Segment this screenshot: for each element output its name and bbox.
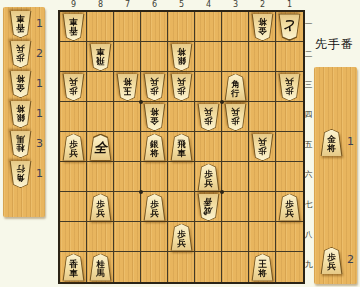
sente-hand-entry: 歩兵2	[318, 246, 356, 274]
file-label: 5	[168, 0, 195, 9]
piece-outline: 歩兵	[320, 247, 343, 274]
board-cell[interactable]	[222, 222, 249, 252]
piece-outline: 歩兵	[251, 134, 274, 161]
shogi-app: 987654321 一二三四五六七八九 先手番 香車1歩兵2金将1銀将1桂馬3角…	[0, 0, 360, 287]
hand-count: 1	[36, 107, 43, 120]
piece-kanji: 金将	[252, 13, 273, 40]
board-cell[interactable]	[168, 192, 195, 222]
piece-outline: 銀将	[9, 101, 32, 128]
piece-outline: 歩兵	[170, 224, 193, 251]
piece-kanji: 歩兵	[10, 41, 31, 68]
piece-outline: 歩兵	[197, 164, 220, 191]
shogi-piece-regular[interactable]: 歩兵	[197, 164, 220, 191]
piece-kanji: 香車	[10, 11, 31, 38]
gote-hand-entry: 角行1	[7, 160, 45, 188]
board-cell[interactable]	[195, 72, 222, 102]
piece-kanji: 歩兵	[63, 134, 84, 161]
piece-kanji: と	[279, 14, 300, 39]
gote-hand-entry: 金将1	[7, 70, 45, 98]
piece-outline: 歩兵	[143, 74, 166, 101]
board-cell[interactable]	[114, 162, 141, 192]
shogi-piece-promoted[interactable]: 成香	[197, 194, 220, 221]
board-cell[interactable]	[222, 132, 249, 162]
piece-kanji: 全	[90, 135, 111, 160]
shogi-piece-regular[interactable]: 銀将	[170, 44, 193, 71]
gote-hand-entry: 銀将1	[7, 100, 45, 128]
piece-kanji: 金将	[144, 103, 165, 130]
file-label: 9	[60, 0, 87, 9]
board-cell[interactable]	[222, 42, 249, 72]
board-grid: 香車金将と飛車銀将歩兵玉将歩兵歩兵角行歩兵金将歩兵歩兵歩兵全銀将飛車歩兵歩兵歩兵…	[58, 10, 305, 284]
board-cell[interactable]	[114, 222, 141, 252]
file-label: 4	[195, 0, 222, 9]
shogi-piece-regular[interactable]: 歩兵	[278, 194, 301, 221]
piece-kanji: 桂馬	[10, 131, 31, 158]
board-cell[interactable]	[276, 252, 303, 282]
piece-outline: 香車	[9, 11, 32, 38]
piece-outline: 角行	[224, 74, 247, 101]
piece-kanji: 歩兵	[198, 164, 219, 191]
board-cell[interactable]	[249, 192, 276, 222]
board-cell[interactable]	[114, 252, 141, 282]
piece-outline: 銀将	[143, 134, 166, 161]
hand-count: 1	[36, 167, 43, 180]
piece-outline: 飛車	[170, 134, 193, 161]
piece-kanji: 玉将	[117, 73, 138, 100]
board-cell[interactable]	[141, 252, 168, 282]
gote-hand-entry: 歩兵2	[7, 40, 45, 68]
shogi-piece-regular[interactable]: 桂馬	[9, 131, 32, 158]
piece-kanji: 金将	[10, 71, 31, 98]
shogi-piece-regular[interactable]: 金将	[320, 129, 343, 156]
board-cell[interactable]	[276, 162, 303, 192]
board-cell[interactable]	[114, 132, 141, 162]
shogi-piece-promoted[interactable]: 全	[89, 134, 112, 161]
file-label: 8	[87, 0, 114, 9]
board-cell[interactable]	[168, 12, 195, 42]
piece-kanji: 歩兵	[279, 73, 300, 100]
board-cell[interactable]	[60, 192, 87, 222]
shogi-piece-regular[interactable]: 香車	[9, 11, 32, 38]
board-cell[interactable]	[276, 222, 303, 252]
piece-outline: 銀将	[170, 44, 193, 71]
shogi-piece-regular[interactable]: 香車	[62, 254, 85, 281]
piece-kanji: 王将	[252, 254, 273, 281]
file-label: 7	[114, 0, 141, 9]
shogi-piece-regular[interactable]: 角行	[224, 74, 247, 101]
turn-indicator: 先手番	[315, 36, 354, 53]
piece-outline: と	[278, 14, 301, 41]
piece-kanji: 歩兵	[171, 224, 192, 251]
piece-kanji: 飛車	[171, 134, 192, 161]
shogi-piece-regular[interactable]: 金将	[9, 71, 32, 98]
piece-kanji: 歩兵	[144, 194, 165, 221]
board-cell[interactable]	[249, 42, 276, 72]
piece-kanji: 歩兵	[252, 133, 273, 160]
piece-outline: 角行	[9, 161, 32, 188]
piece-kanji: 歩兵	[225, 103, 246, 130]
shogi-piece-regular[interactable]: 歩兵	[9, 41, 32, 68]
file-label: 3	[222, 0, 249, 9]
piece-kanji: 桂馬	[90, 254, 111, 281]
board-cell[interactable]	[249, 162, 276, 192]
star-point	[220, 190, 224, 194]
shogi-piece-regular[interactable]: 金将	[143, 104, 166, 131]
piece-kanji: 銀将	[144, 134, 165, 161]
file-label: 2	[249, 0, 276, 9]
piece-outline: 金将	[9, 71, 32, 98]
piece-kanji: 香車	[63, 13, 84, 40]
piece-kanji: 歩兵	[321, 248, 342, 275]
board-cell[interactable]	[222, 252, 249, 282]
board-cell[interactable]	[168, 162, 195, 192]
piece-kanji: 角行	[10, 161, 31, 188]
shogi-piece-regular[interactable]: 歩兵	[197, 104, 220, 131]
shogi-piece-regular[interactable]: 歩兵	[62, 74, 85, 101]
board-cell[interactable]	[249, 72, 276, 102]
board-cell[interactable]	[87, 162, 114, 192]
shogi-piece-regular[interactable]: 金将	[251, 14, 274, 41]
piece-outline: 歩兵	[197, 104, 220, 131]
shogi-piece-regular[interactable]: 歩兵	[62, 134, 85, 161]
hand-count: 2	[347, 253, 354, 266]
board-cell[interactable]	[141, 42, 168, 72]
piece-kanji: 歩兵	[144, 73, 165, 100]
board-cell[interactable]	[222, 192, 249, 222]
piece-kanji: 歩兵	[63, 73, 84, 100]
piece-outline: 玉将	[116, 74, 139, 101]
board-cell[interactable]	[87, 72, 114, 102]
board-cell[interactable]	[276, 132, 303, 162]
board-cell[interactable]	[60, 162, 87, 192]
piece-kanji: 香車	[63, 254, 84, 281]
board-cell[interactable]	[249, 102, 276, 132]
board-cell[interactable]	[195, 132, 222, 162]
piece-kanji: 歩兵	[90, 194, 111, 221]
shogi-piece-regular[interactable]: 銀将	[9, 101, 32, 128]
shogi-piece-regular[interactable]: 歩兵	[143, 74, 166, 101]
piece-outline: 全	[89, 134, 112, 161]
board-cell[interactable]	[168, 102, 195, 132]
file-label: 6	[141, 0, 168, 9]
piece-outline: 歩兵	[89, 194, 112, 221]
piece-outline: 香車	[62, 14, 85, 41]
shogi-piece-promoted[interactable]: と	[278, 14, 301, 41]
shogi-piece-regular[interactable]: 桂馬	[89, 254, 112, 281]
board-cell[interactable]	[168, 252, 195, 282]
piece-outline: 歩兵	[224, 104, 247, 131]
sente-captured-stand: 金将1歩兵2	[314, 67, 357, 284]
piece-outline: 歩兵	[62, 74, 85, 101]
shogi-piece-regular[interactable]: 香車	[62, 14, 85, 41]
file-label: 1	[276, 0, 303, 9]
board-cell[interactable]	[114, 192, 141, 222]
board-cell[interactable]	[276, 42, 303, 72]
piece-outline: 王将	[251, 254, 274, 281]
shogi-piece-regular[interactable]: 歩兵	[278, 74, 301, 101]
piece-outline: 歩兵	[170, 74, 193, 101]
shogi-piece-regular[interactable]: 歩兵	[89, 194, 112, 221]
board-cell[interactable]	[114, 42, 141, 72]
piece-outline: 桂馬	[9, 131, 32, 158]
hand-count: 1	[347, 135, 354, 148]
board-cell[interactable]	[87, 102, 114, 132]
board-cell[interactable]	[249, 222, 276, 252]
board-cell[interactable]	[60, 222, 87, 252]
piece-kanji: 歩兵	[171, 73, 192, 100]
piece-outline: 歩兵	[278, 74, 301, 101]
shogi-piece-regular[interactable]: 角行	[9, 161, 32, 188]
shogi-piece-regular[interactable]: 歩兵	[251, 134, 274, 161]
piece-kanji: 飛車	[90, 43, 111, 70]
piece-outline: 香車	[62, 254, 85, 281]
board-cell[interactable]	[141, 222, 168, 252]
board-cell[interactable]	[276, 102, 303, 132]
board-cell[interactable]	[195, 252, 222, 282]
piece-outline: 金将	[320, 129, 343, 156]
piece-kanji: 角行	[225, 74, 246, 101]
shogi-piece-regular[interactable]: 王将	[251, 254, 274, 281]
board-cell[interactable]	[60, 102, 87, 132]
shogi-piece-regular[interactable]: 歩兵	[143, 194, 166, 221]
piece-kanji: 金将	[321, 130, 342, 157]
board-cell[interactable]	[87, 222, 114, 252]
shogi-piece-regular[interactable]: 飛車	[89, 44, 112, 71]
piece-outline: 金将	[251, 14, 274, 41]
board-cell[interactable]	[141, 12, 168, 42]
piece-outline: 歩兵	[9, 41, 32, 68]
board-cell[interactable]	[60, 42, 87, 72]
shogi-piece-regular[interactable]: 歩兵	[224, 104, 247, 131]
shogi-piece-regular[interactable]: 玉将	[116, 74, 139, 101]
piece-kanji: 銀将	[10, 101, 31, 128]
board-cell[interactable]	[141, 162, 168, 192]
piece-kanji: 歩兵	[198, 103, 219, 130]
piece-outline: 金将	[143, 104, 166, 131]
board-cell[interactable]	[87, 12, 114, 42]
piece-outline: 歩兵	[143, 194, 166, 221]
shogi-piece-regular[interactable]: 銀将	[143, 134, 166, 161]
shogi-piece-regular[interactable]: 歩兵	[320, 247, 343, 274]
gote-hand-entry: 桂馬3	[7, 130, 45, 158]
sente-hand-entry: 金将1	[318, 128, 356, 156]
gote-hand-entry: 香車1	[7, 10, 45, 38]
piece-kanji: 成香	[198, 193, 219, 220]
piece-outline: 桂馬	[89, 254, 112, 281]
hand-count: 2	[36, 47, 43, 60]
piece-outline: 成香	[197, 194, 220, 221]
piece-outline: 歩兵	[62, 134, 85, 161]
piece-outline: 飛車	[89, 44, 112, 71]
hand-count: 1	[36, 17, 43, 30]
board-cell[interactable]	[222, 12, 249, 42]
gote-captured-stand: 香車1歩兵2金将1銀将1桂馬3角行1	[3, 7, 45, 217]
board-cell[interactable]	[195, 222, 222, 252]
piece-kanji: 歩兵	[279, 194, 300, 221]
shogi-piece-regular[interactable]: 歩兵	[170, 74, 193, 101]
piece-outline: 歩兵	[278, 194, 301, 221]
shogi-piece-regular[interactable]: 歩兵	[170, 224, 193, 251]
board-cell[interactable]	[195, 12, 222, 42]
board-cell[interactable]	[195, 42, 222, 72]
hand-count: 3	[36, 137, 43, 150]
board-cell[interactable]	[114, 12, 141, 42]
piece-kanji: 銀将	[171, 43, 192, 70]
board-cell[interactable]	[114, 102, 141, 132]
board-cell[interactable]	[222, 162, 249, 192]
hand-count: 1	[36, 77, 43, 90]
shogi-piece-regular[interactable]: 飛車	[170, 134, 193, 161]
